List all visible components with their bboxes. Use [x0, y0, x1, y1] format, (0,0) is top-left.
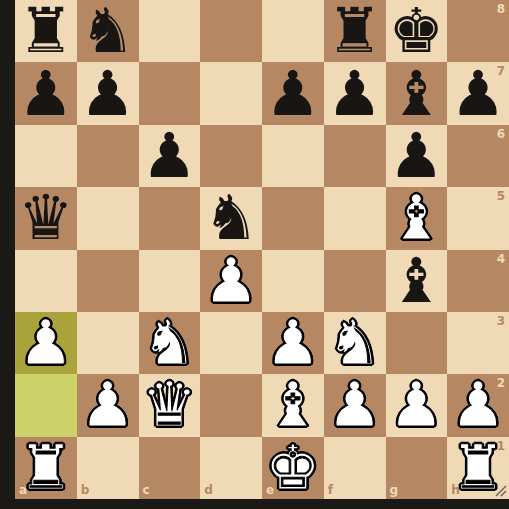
rank-label-3: 3	[497, 315, 505, 327]
piece-black-pawn[interactable]: ♟	[262, 62, 324, 124]
square-e1[interactable]: ♚e	[262, 437, 324, 499]
square-d3[interactable]	[200, 312, 262, 374]
square-d8[interactable]	[200, 0, 262, 62]
square-h5[interactable]: 5	[447, 187, 509, 249]
square-a2[interactable]	[15, 374, 77, 436]
piece-black-knight[interactable]: ♞	[200, 187, 262, 249]
rank-label-5: 5	[497, 190, 505, 202]
square-b6[interactable]	[77, 125, 139, 187]
square-g2[interactable]: ♟	[386, 374, 448, 436]
piece-black-knight[interactable]: ♞	[77, 0, 139, 62]
square-e7[interactable]: ♟	[262, 62, 324, 124]
piece-white-bishop[interactable]: ♝	[386, 187, 448, 249]
piece-black-pawn[interactable]: ♟	[15, 62, 77, 124]
square-f7[interactable]: ♟	[324, 62, 386, 124]
square-g8[interactable]: ♚	[386, 0, 448, 62]
rank-label-1: 1	[497, 440, 505, 452]
rank-label-8: 8	[497, 3, 505, 15]
square-a3[interactable]: ♟	[15, 312, 77, 374]
square-a4[interactable]	[15, 250, 77, 312]
piece-white-queen[interactable]: ♛	[139, 374, 201, 436]
square-f5[interactable]	[324, 187, 386, 249]
square-c7[interactable]	[139, 62, 201, 124]
square-c4[interactable]	[139, 250, 201, 312]
square-b5[interactable]	[77, 187, 139, 249]
square-d1[interactable]: d	[200, 437, 262, 499]
file-label-h: h	[451, 484, 460, 496]
piece-black-bishop[interactable]: ♝	[386, 62, 448, 124]
square-e5[interactable]	[262, 187, 324, 249]
piece-black-rook[interactable]: ♜	[15, 0, 77, 62]
piece-white-knight[interactable]: ♞	[139, 312, 201, 374]
rank-label-2: 2	[497, 377, 505, 389]
piece-black-queen[interactable]: ♛	[15, 187, 77, 249]
chess-app-window: ♜♞♜♚8♟♟♟♟♝♟7♟♟6♛♞♝5♟♝4♟♞♟♞3♟♛♝♟♟♟2♜abcd♚…	[0, 0, 509, 509]
square-g3[interactable]	[386, 312, 448, 374]
piece-white-pawn[interactable]: ♟	[324, 374, 386, 436]
square-a6[interactable]	[15, 125, 77, 187]
square-c6[interactable]: ♟	[139, 125, 201, 187]
resize-handle-icon	[493, 483, 509, 499]
square-f2[interactable]: ♟	[324, 374, 386, 436]
square-d5[interactable]: ♞	[200, 187, 262, 249]
square-h3[interactable]: 3	[447, 312, 509, 374]
piece-white-pawn[interactable]: ♟	[262, 312, 324, 374]
piece-black-rook[interactable]: ♜	[324, 0, 386, 62]
piece-white-knight[interactable]: ♞	[324, 312, 386, 374]
square-a8[interactable]: ♜	[15, 0, 77, 62]
piece-white-pawn[interactable]: ♟	[15, 312, 77, 374]
piece-white-pawn[interactable]: ♟	[386, 374, 448, 436]
piece-black-king[interactable]: ♚	[386, 0, 448, 62]
square-h4[interactable]: 4	[447, 250, 509, 312]
square-g6[interactable]: ♟	[386, 125, 448, 187]
square-c1[interactable]: c	[139, 437, 201, 499]
square-c2[interactable]: ♛	[139, 374, 201, 436]
piece-white-pawn[interactable]: ♟	[77, 374, 139, 436]
square-h2[interactable]: ♟2	[447, 374, 509, 436]
file-label-b: b	[81, 484, 90, 496]
square-f6[interactable]	[324, 125, 386, 187]
square-c8[interactable]	[139, 0, 201, 62]
piece-black-pawn[interactable]: ♟	[386, 125, 448, 187]
file-label-f: f	[328, 484, 333, 496]
square-g4[interactable]: ♝	[386, 250, 448, 312]
square-d2[interactable]	[200, 374, 262, 436]
piece-black-pawn[interactable]: ♟	[77, 62, 139, 124]
square-h8[interactable]: 8	[447, 0, 509, 62]
square-f3[interactable]: ♞	[324, 312, 386, 374]
square-g1[interactable]: g	[386, 437, 448, 499]
square-c3[interactable]: ♞	[139, 312, 201, 374]
file-label-a: a	[19, 484, 27, 496]
square-d7[interactable]	[200, 62, 262, 124]
file-label-c: c	[143, 484, 150, 496]
square-c5[interactable]	[139, 187, 201, 249]
file-label-d: d	[204, 484, 213, 496]
piece-black-pawn[interactable]: ♟	[139, 125, 201, 187]
file-label-g: g	[390, 484, 399, 496]
square-b7[interactable]: ♟	[77, 62, 139, 124]
square-g5[interactable]: ♝	[386, 187, 448, 249]
square-e2[interactable]: ♝	[262, 374, 324, 436]
piece-black-pawn[interactable]: ♟	[324, 62, 386, 124]
resize-handle[interactable]	[493, 483, 509, 499]
file-label-e: e	[266, 484, 274, 496]
square-d6[interactable]	[200, 125, 262, 187]
square-f8[interactable]: ♜	[324, 0, 386, 62]
square-h7[interactable]: ♟7	[447, 62, 509, 124]
chess-board: ♜♞♜♚8♟♟♟♟♝♟7♟♟6♛♞♝5♟♝4♟♞♟♞3♟♛♝♟♟♟2♜abcd♚…	[15, 0, 509, 499]
square-d4[interactable]: ♟	[200, 250, 262, 312]
square-e8[interactable]	[262, 0, 324, 62]
rank-label-7: 7	[497, 65, 505, 77]
square-e3[interactable]: ♟	[262, 312, 324, 374]
square-a5[interactable]: ♛	[15, 187, 77, 249]
square-b8[interactable]: ♞	[77, 0, 139, 62]
square-b2[interactable]: ♟	[77, 374, 139, 436]
square-a1[interactable]: ♜a	[15, 437, 77, 499]
piece-black-bishop[interactable]: ♝	[386, 250, 448, 312]
square-e4[interactable]	[262, 250, 324, 312]
rank-label-4: 4	[497, 253, 505, 265]
square-b4[interactable]	[77, 250, 139, 312]
rank-label-6: 6	[497, 128, 505, 140]
square-b3[interactable]	[77, 312, 139, 374]
square-e6[interactable]	[262, 125, 324, 187]
piece-white-bishop[interactable]: ♝	[262, 374, 324, 436]
piece-white-pawn[interactable]: ♟	[200, 250, 262, 312]
square-a7[interactable]: ♟	[15, 62, 77, 124]
square-f1[interactable]: f	[324, 437, 386, 499]
square-f4[interactable]	[324, 250, 386, 312]
square-h6[interactable]: 6	[447, 125, 509, 187]
square-b1[interactable]: b	[77, 437, 139, 499]
square-g7[interactable]: ♝	[386, 62, 448, 124]
